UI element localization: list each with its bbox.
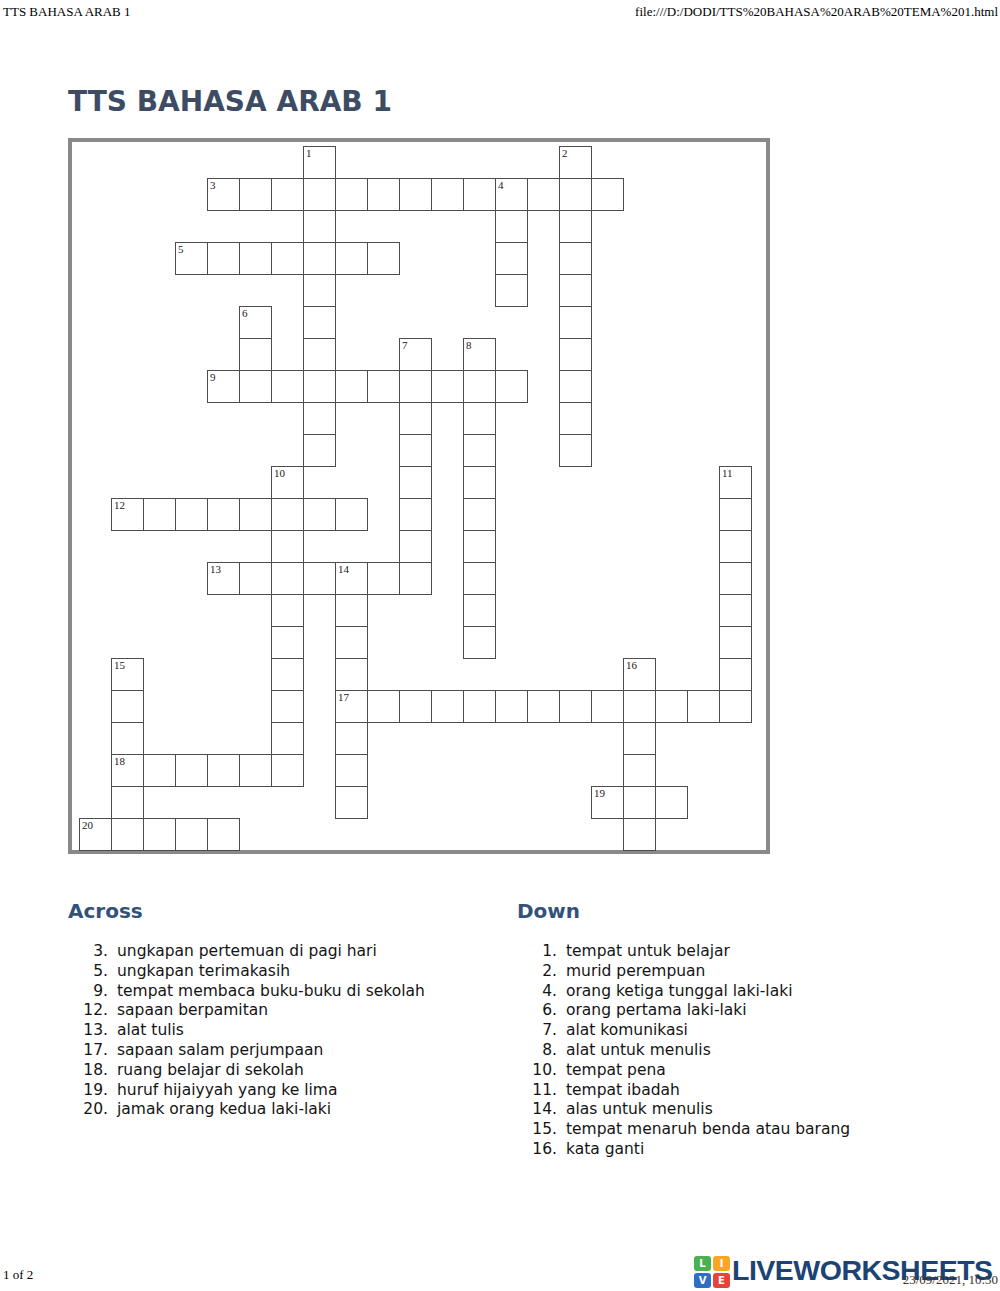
- down-list: 1.tempat untuk belajar2.murid perempuan4…: [517, 942, 987, 1160]
- print-date: 23/09/2021, 10:30: [903, 1272, 998, 1288]
- down-clue-6-text: orang pertama laki-laki: [566, 1001, 747, 1021]
- cell-number-13: 13: [210, 563, 221, 576]
- across-clue-5-number: 5.: [68, 962, 108, 982]
- cell-r19-c8[interactable]: [335, 754, 368, 787]
- across-clue-12-text: sapaan berpamitan: [117, 1001, 268, 1021]
- across-clue-20-number: 20.: [68, 1100, 108, 1120]
- cell-r7-c11[interactable]: [431, 370, 464, 403]
- cell-r3-c15[interactable]: [559, 242, 592, 275]
- down-clue-2-number: 2.: [517, 962, 557, 982]
- down-clue-2-text: murid perempuan: [566, 962, 705, 982]
- down-clue-11-text: tempat ibadah: [566, 1081, 680, 1101]
- cell-r21-c4[interactable]: [207, 818, 240, 851]
- cell-r21-c3[interactable]: [175, 818, 208, 851]
- across-clue-9: 9.tempat membaca buku-buku di sekolah: [68, 982, 513, 1002]
- down-clue-1-number: 1.: [517, 942, 557, 962]
- across-clue-19-number: 19.: [68, 1081, 108, 1101]
- across-clue-9-number: 9.: [68, 982, 108, 1002]
- cell-r20-c17[interactable]: [623, 786, 656, 819]
- cell-r16-c20[interactable]: [719, 658, 752, 691]
- cell-r20-c18[interactable]: [655, 786, 688, 819]
- logo-tile-v: V: [694, 1273, 711, 1288]
- cell-r5-c5[interactable]: 6: [239, 306, 272, 339]
- page-number: 1 of 2: [3, 1267, 33, 1283]
- cell-r18-c6[interactable]: [271, 722, 304, 755]
- cell-r7-c15[interactable]: [559, 370, 592, 403]
- cell-r20-c8[interactable]: [335, 786, 368, 819]
- cell-r7-c5[interactable]: [239, 370, 272, 403]
- cell-r4-c15[interactable]: [559, 274, 592, 307]
- cell-r13-c9[interactable]: [367, 562, 400, 595]
- cell-r19-c6[interactable]: [271, 754, 304, 787]
- cell-r9-c12[interactable]: [463, 434, 496, 467]
- cell-r11-c3[interactable]: [175, 498, 208, 531]
- cell-r17-c15[interactable]: [559, 690, 592, 723]
- cell-r14-c12[interactable]: [463, 594, 496, 627]
- across-clue-13-text: alat tulis: [117, 1021, 184, 1041]
- down-heading: Down: [517, 899, 580, 923]
- cell-r18-c1[interactable]: [111, 722, 144, 755]
- across-clue-18-text: ruang belajar di sekolah: [117, 1061, 304, 1081]
- cell-r7-c8[interactable]: [335, 370, 368, 403]
- cell-r15-c8[interactable]: [335, 626, 368, 659]
- down-clue-4-number: 4.: [517, 982, 557, 1002]
- cell-r11-c20[interactable]: [719, 498, 752, 531]
- cell-number-20: 20: [82, 819, 93, 832]
- cell-r21-c1[interactable]: [111, 818, 144, 851]
- cell-r13-c8[interactable]: 14: [335, 562, 368, 595]
- cell-r15-c12[interactable]: [463, 626, 496, 659]
- cell-r3-c6[interactable]: [271, 242, 304, 275]
- across-clue-5-text: ungkapan terimakasih: [117, 962, 290, 982]
- liveworksheets-grid-icon: LIVE: [694, 1256, 730, 1288]
- cell-r7-c12[interactable]: [463, 370, 496, 403]
- cell-r17-c9[interactable]: [367, 690, 400, 723]
- cell-number-5: 5: [178, 243, 184, 256]
- down-clue-14-number: 14.: [517, 1100, 557, 1120]
- cell-r13-c7[interactable]: [303, 562, 336, 595]
- cell-number-14: 14: [338, 563, 349, 576]
- cell-r0-c15[interactable]: 2: [559, 146, 592, 179]
- cell-r11-c2[interactable]: [143, 498, 176, 531]
- across-clue-18-number: 18.: [68, 1061, 108, 1081]
- cell-r8-c10[interactable]: [399, 402, 432, 435]
- cell-r17-c8[interactable]: 17: [335, 690, 368, 723]
- across-heading: Across: [68, 899, 143, 923]
- cell-r12-c10[interactable]: [399, 530, 432, 563]
- cell-number-16: 16: [626, 659, 637, 672]
- across-clue-17-text: sapaan salam perjumpaan: [117, 1041, 323, 1061]
- cell-r13-c6[interactable]: [271, 562, 304, 595]
- cell-r10-c12[interactable]: [463, 466, 496, 499]
- cell-r3-c7[interactable]: [303, 242, 336, 275]
- cell-r10-c10[interactable]: [399, 466, 432, 499]
- down-clue-4-text: orang ketiga tunggal laki-laki: [566, 982, 792, 1002]
- cell-r16-c6[interactable]: [271, 658, 304, 691]
- cell-r9-c15[interactable]: [559, 434, 592, 467]
- cell-r1-c12[interactable]: [463, 178, 496, 211]
- cell-r17-c6[interactable]: [271, 690, 304, 723]
- cell-r1-c5[interactable]: [239, 178, 272, 211]
- cell-r17-c20[interactable]: [719, 690, 752, 723]
- cell-r15-c20[interactable]: [719, 626, 752, 659]
- logo-tile-i: I: [713, 1256, 730, 1271]
- down-clue-2: 2.murid perempuan: [517, 962, 987, 982]
- down-clue-16-text: kata ganti: [566, 1140, 644, 1160]
- cell-r7-c9[interactable]: [367, 370, 400, 403]
- cell-r7-c13[interactable]: [495, 370, 528, 403]
- cell-r17-c14[interactable]: [527, 690, 560, 723]
- cell-r21-c2[interactable]: [143, 818, 176, 851]
- cell-r17-c10[interactable]: [399, 690, 432, 723]
- cell-r13-c12[interactable]: [463, 562, 496, 595]
- down-clue-1-text: tempat untuk belajar: [566, 942, 730, 962]
- across-clue-12: 12.sapaan berpamitan: [68, 1001, 513, 1021]
- across-clue-13: 13.alat tulis: [68, 1021, 513, 1041]
- cell-r14-c20[interactable]: [719, 594, 752, 627]
- cell-r5-c15[interactable]: [559, 306, 592, 339]
- cell-r1-c9[interactable]: [367, 178, 400, 211]
- cell-number-2: 2: [562, 147, 568, 160]
- cell-r7-c4[interactable]: 9: [207, 370, 240, 403]
- across-clue-17: 17.sapaan salam perjumpaan: [68, 1041, 513, 1061]
- cell-number-1: 1: [306, 147, 312, 160]
- cell-number-18: 18: [114, 755, 125, 768]
- cell-r17-c17[interactable]: [623, 690, 656, 723]
- cell-r3-c9[interactable]: [367, 242, 400, 275]
- across-clue-17-number: 17.: [68, 1041, 108, 1061]
- cell-number-7: 7: [402, 339, 408, 352]
- down-clue-15-number: 15.: [517, 1120, 557, 1140]
- cell-r1-c10[interactable]: [399, 178, 432, 211]
- down-clue-6-number: 6.: [517, 1001, 557, 1021]
- down-clue-7: 7.alat komunikasi: [517, 1021, 987, 1041]
- cell-r17-c18[interactable]: [655, 690, 688, 723]
- cell-r19-c5[interactable]: [239, 754, 272, 787]
- cell-r1-c6[interactable]: [271, 178, 304, 211]
- cell-r15-c6[interactable]: [271, 626, 304, 659]
- cell-r11-c4[interactable]: [207, 498, 240, 531]
- cell-r12-c20[interactable]: [719, 530, 752, 563]
- cell-r1-c13[interactable]: 4: [495, 178, 528, 211]
- cell-r6-c10[interactable]: 7: [399, 338, 432, 371]
- cell-r17-c16[interactable]: [591, 690, 624, 723]
- across-clue-20-text: jamak orang kedua laki-laki: [117, 1100, 331, 1120]
- across-list: 3.ungkapan pertemuan di pagi hari5.ungka…: [68, 942, 513, 1120]
- cell-r7-c6[interactable]: [271, 370, 304, 403]
- cell-r17-c13[interactable]: [495, 690, 528, 723]
- cell-r21-c0[interactable]: 20: [79, 818, 112, 851]
- cell-number-4: 4: [498, 179, 504, 192]
- cell-r17-c1[interactable]: [111, 690, 144, 723]
- cell-r13-c4[interactable]: 13: [207, 562, 240, 595]
- down-clue-7-number: 7.: [517, 1021, 557, 1041]
- cell-r12-c6[interactable]: [271, 530, 304, 563]
- cell-r6-c5[interactable]: [239, 338, 272, 371]
- cell-r3-c8[interactable]: [335, 242, 368, 275]
- cell-r10-c6[interactable]: 10: [271, 466, 304, 499]
- cell-r11-c5[interactable]: [239, 498, 272, 531]
- cell-r3-c3[interactable]: 5: [175, 242, 208, 275]
- cell-r11-c6[interactable]: [271, 498, 304, 531]
- print-page: TTS BAHASA ARAB 1 file:///D:/DODI/TTS%20…: [0, 0, 1000, 1291]
- down-clue-1: 1.tempat untuk belajar: [517, 942, 987, 962]
- cell-r4-c13[interactable]: [495, 274, 528, 307]
- down-clue-8: 8.alat untuk menulis: [517, 1041, 987, 1061]
- cell-r19-c2[interactable]: [143, 754, 176, 787]
- cell-r8-c15[interactable]: [559, 402, 592, 435]
- cell-r13-c5[interactable]: [239, 562, 272, 595]
- cell-r16-c17[interactable]: 16: [623, 658, 656, 691]
- cell-r9-c7[interactable]: [303, 434, 336, 467]
- cell-r3-c5[interactable]: [239, 242, 272, 275]
- page-title: TTS BAHASA ARAB 1: [68, 85, 392, 118]
- cell-number-6: 6: [242, 307, 248, 320]
- cell-r16-c1[interactable]: 15: [111, 658, 144, 691]
- down-clue-11: 11.tempat ibadah: [517, 1081, 987, 1101]
- cell-r20-c1[interactable]: [111, 786, 144, 819]
- cell-r10-c20[interactable]: 11: [719, 466, 752, 499]
- cell-r18-c17[interactable]: [623, 722, 656, 755]
- across-clue-19-text: huruf hijaiyyah yang ke lima: [117, 1081, 337, 1101]
- cell-r13-c10[interactable]: [399, 562, 432, 595]
- cell-r8-c12[interactable]: [463, 402, 496, 435]
- cell-r3-c4[interactable]: [207, 242, 240, 275]
- cell-r17-c12[interactable]: [463, 690, 496, 723]
- cell-r9-c10[interactable]: [399, 434, 432, 467]
- cell-number-11: 11: [722, 467, 733, 480]
- cell-r14-c8[interactable]: [335, 594, 368, 627]
- across-clue-19: 19.huruf hijaiyyah yang ke lima: [68, 1081, 513, 1101]
- down-clue-15: 15.tempat menaruh benda atau barang: [517, 1120, 987, 1140]
- cell-r4-c7[interactable]: [303, 274, 336, 307]
- cell-r19-c1[interactable]: 18: [111, 754, 144, 787]
- logo-tile-e: E: [713, 1273, 730, 1288]
- cell-r7-c10[interactable]: [399, 370, 432, 403]
- down-clue-14: 14.alas untuk menulis: [517, 1100, 987, 1120]
- cell-r11-c10[interactable]: [399, 498, 432, 531]
- cell-r2-c7[interactable]: [303, 210, 336, 243]
- cell-number-15: 15: [114, 659, 125, 672]
- across-clue-20: 20.jamak orang kedua laki-laki: [68, 1100, 513, 1120]
- cell-r16-c8[interactable]: [335, 658, 368, 691]
- cell-r2-c15[interactable]: [559, 210, 592, 243]
- down-clue-14-text: alas untuk menulis: [566, 1100, 713, 1120]
- cell-r14-c6[interactable]: [271, 594, 304, 627]
- down-clue-8-text: alat untuk menulis: [566, 1041, 711, 1061]
- cell-r1-c4[interactable]: 3: [207, 178, 240, 211]
- logo-tile-l: L: [694, 1256, 711, 1271]
- cell-r6-c7[interactable]: [303, 338, 336, 371]
- down-clue-16-number: 16.: [517, 1140, 557, 1160]
- cell-r13-c20[interactable]: [719, 562, 752, 595]
- across-clue-12-number: 12.: [68, 1001, 108, 1021]
- cell-r6-c15[interactable]: [559, 338, 592, 371]
- cell-r11-c1[interactable]: 12: [111, 498, 144, 531]
- down-clue-7-text: alat komunikasi: [566, 1021, 688, 1041]
- cell-number-17: 17: [338, 691, 349, 704]
- crossword-board: 1234567891011121314151617181920: [68, 138, 770, 854]
- down-clue-10-text: tempat pena: [566, 1061, 666, 1081]
- cell-number-19: 19: [594, 787, 605, 800]
- cell-r21-c17[interactable]: [623, 818, 656, 851]
- cell-r11-c8[interactable]: [335, 498, 368, 531]
- cell-number-12: 12: [114, 499, 125, 512]
- down-clue-10: 10.tempat pena: [517, 1061, 987, 1081]
- cell-r17-c19[interactable]: [687, 690, 720, 723]
- cell-number-9: 9: [210, 371, 216, 384]
- print-header-title: TTS BAHASA ARAB 1: [3, 4, 131, 20]
- across-clue-3-number: 3.: [68, 942, 108, 962]
- cell-r0-c7[interactable]: 1: [303, 146, 336, 179]
- down-clue-6: 6.orang pertama laki-laki: [517, 1001, 987, 1021]
- cell-r1-c11[interactable]: [431, 178, 464, 211]
- across-clue-3-text: ungkapan pertemuan di pagi hari: [117, 942, 377, 962]
- down-clue-16: 16.kata ganti: [517, 1140, 987, 1160]
- down-clue-4: 4.orang ketiga tunggal laki-laki: [517, 982, 987, 1002]
- cell-r18-c8[interactable]: [335, 722, 368, 755]
- cell-r1-c8[interactable]: [335, 178, 368, 211]
- down-clue-11-number: 11.: [517, 1081, 557, 1101]
- across-clue-9-text: tempat membaca buku-buku di sekolah: [117, 982, 425, 1002]
- cell-r8-c7[interactable]: [303, 402, 336, 435]
- cell-r3-c13[interactable]: [495, 242, 528, 275]
- down-clue-10-number: 10.: [517, 1061, 557, 1081]
- across-clue-18: 18.ruang belajar di sekolah: [68, 1061, 513, 1081]
- down-clue-8-number: 8.: [517, 1041, 557, 1061]
- across-clue-3: 3.ungkapan pertemuan di pagi hari: [68, 942, 513, 962]
- cell-r1-c15[interactable]: [559, 178, 592, 211]
- cell-r19-c3[interactable]: [175, 754, 208, 787]
- cell-number-8: 8: [466, 339, 472, 352]
- cell-r20-c16[interactable]: 19: [591, 786, 624, 819]
- cell-r2-c13[interactable]: [495, 210, 528, 243]
- across-clue-5: 5.ungkapan terimakasih: [68, 962, 513, 982]
- cell-r11-c12[interactable]: [463, 498, 496, 531]
- cell-r11-c7[interactable]: [303, 498, 336, 531]
- cell-r7-c7[interactable]: [303, 370, 336, 403]
- cell-r6-c12[interactable]: 8: [463, 338, 496, 371]
- down-clue-15-text: tempat menaruh benda atau barang: [566, 1120, 850, 1140]
- cell-number-3: 3: [210, 179, 216, 192]
- cell-r1-c14[interactable]: [527, 178, 560, 211]
- cell-r5-c7[interactable]: [303, 306, 336, 339]
- cell-r1-c16[interactable]: [591, 178, 624, 211]
- cell-r1-c7[interactable]: [303, 178, 336, 211]
- cell-r19-c4[interactable]: [207, 754, 240, 787]
- print-header-url: file:///D:/DODI/TTS%20BAHASA%20ARAB%20TE…: [635, 4, 998, 20]
- across-clue-13-number: 13.: [68, 1021, 108, 1041]
- cell-r17-c11[interactable]: [431, 690, 464, 723]
- cell-number-10: 10: [274, 467, 285, 480]
- cell-r19-c17[interactable]: [623, 754, 656, 787]
- cell-r12-c12[interactable]: [463, 530, 496, 563]
